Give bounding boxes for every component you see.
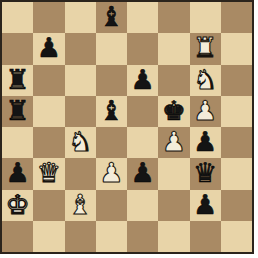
piece-white-rook-g7[interactable]: ♜ (193, 32, 217, 63)
square-a4[interactable] (2, 127, 33, 158)
square-f5[interactable]: ♚ (158, 96, 189, 127)
square-c7[interactable] (65, 33, 96, 64)
square-c4[interactable]: ♞ (65, 127, 96, 158)
square-h6[interactable] (221, 65, 252, 96)
piece-white-pawn-d3[interactable]: ♟ (99, 157, 123, 188)
piece-black-pawn-g4[interactable]: ♟ (193, 126, 217, 157)
square-b2[interactable] (33, 190, 64, 221)
piece-black-rook-a6[interactable]: ♜ (6, 64, 30, 95)
square-d4[interactable] (96, 127, 127, 158)
piece-black-rook-a5[interactable]: ♜ (6, 95, 30, 126)
piece-white-knight-c4[interactable]: ♞ (68, 126, 92, 157)
square-b4[interactable] (33, 127, 64, 158)
square-f7[interactable] (158, 33, 189, 64)
square-g7[interactable]: ♜ (190, 33, 221, 64)
square-f2[interactable] (158, 190, 189, 221)
square-e7[interactable] (127, 33, 158, 64)
piece-black-pawn-b7[interactable]: ♟ (37, 32, 61, 63)
piece-black-bishop-d5[interactable]: ♝ (99, 95, 123, 126)
square-f1[interactable] (158, 221, 189, 252)
square-b7[interactable]: ♟ (33, 33, 64, 64)
piece-black-pawn-e3[interactable]: ♟ (131, 157, 155, 188)
square-g2[interactable]: ♟ (190, 190, 221, 221)
piece-black-bishop-d8[interactable]: ♝ (99, 1, 123, 32)
square-b3[interactable]: ♛ (33, 158, 64, 189)
square-f4[interactable]: ♟ (158, 127, 189, 158)
piece-black-pawn-g2[interactable]: ♟ (193, 189, 217, 220)
square-b8[interactable] (33, 2, 64, 33)
piece-white-pawn-g5[interactable]: ♟ (193, 95, 217, 126)
square-e3[interactable]: ♟ (127, 158, 158, 189)
piece-black-king-f5[interactable]: ♚ (162, 95, 186, 126)
chess-diagram-page: ♝♟♜♜♟♞♜♝♚♟♞♟♟♟♛♟♟♛♚♝♟ (0, 0, 258, 258)
square-h4[interactable] (221, 127, 252, 158)
square-h3[interactable] (221, 158, 252, 189)
piece-white-queen-b3[interactable]: ♛ (37, 157, 61, 188)
square-f6[interactable] (158, 65, 189, 96)
square-f3[interactable] (158, 158, 189, 189)
chess-board-frame: ♝♟♜♜♟♞♜♝♚♟♞♟♟♟♛♟♟♛♚♝♟ (0, 0, 254, 254)
square-h2[interactable] (221, 190, 252, 221)
square-a2[interactable]: ♚ (2, 190, 33, 221)
square-d8[interactable]: ♝ (96, 2, 127, 33)
square-a6[interactable]: ♜ (2, 65, 33, 96)
piece-black-pawn-e6[interactable]: ♟ (131, 64, 155, 95)
square-e4[interactable] (127, 127, 158, 158)
square-c2[interactable]: ♝ (65, 190, 96, 221)
square-h7[interactable] (221, 33, 252, 64)
square-g5[interactable]: ♟ (190, 96, 221, 127)
square-d1[interactable] (96, 221, 127, 252)
square-a1[interactable] (2, 221, 33, 252)
square-e6[interactable]: ♟ (127, 65, 158, 96)
square-e1[interactable] (127, 221, 158, 252)
square-b6[interactable] (33, 65, 64, 96)
square-a3[interactable]: ♟ (2, 158, 33, 189)
square-a8[interactable] (2, 2, 33, 33)
square-f8[interactable] (158, 2, 189, 33)
square-d2[interactable] (96, 190, 127, 221)
square-a7[interactable] (2, 33, 33, 64)
square-c6[interactable] (65, 65, 96, 96)
square-h1[interactable] (221, 221, 252, 252)
square-g3[interactable]: ♛ (190, 158, 221, 189)
chess-board: ♝♟♜♜♟♞♜♝♚♟♞♟♟♟♛♟♟♛♚♝♟ (2, 2, 252, 252)
square-a5[interactable]: ♜ (2, 96, 33, 127)
square-c8[interactable] (65, 2, 96, 33)
square-d5[interactable]: ♝ (96, 96, 127, 127)
square-b1[interactable] (33, 221, 64, 252)
square-d3[interactable]: ♟ (96, 158, 127, 189)
square-e5[interactable] (127, 96, 158, 127)
square-g4[interactable]: ♟ (190, 127, 221, 158)
piece-white-knight-g6[interactable]: ♞ (193, 64, 217, 95)
piece-white-pawn-f4[interactable]: ♟ (162, 126, 186, 157)
piece-white-bishop-c2[interactable]: ♝ (68, 189, 92, 220)
square-d6[interactable] (96, 65, 127, 96)
square-g8[interactable] (190, 2, 221, 33)
square-b5[interactable] (33, 96, 64, 127)
square-d7[interactable] (96, 33, 127, 64)
square-e2[interactable] (127, 190, 158, 221)
square-c5[interactable] (65, 96, 96, 127)
square-c3[interactable] (65, 158, 96, 189)
square-g6[interactable]: ♞ (190, 65, 221, 96)
piece-black-queen-g3[interactable]: ♛ (193, 157, 217, 188)
square-c1[interactable] (65, 221, 96, 252)
square-h8[interactable] (221, 2, 252, 33)
square-h5[interactable] (221, 96, 252, 127)
piece-black-pawn-a3[interactable]: ♟ (6, 157, 30, 188)
piece-white-king-a2[interactable]: ♚ (6, 189, 30, 220)
square-e8[interactable] (127, 2, 158, 33)
square-g1[interactable] (190, 221, 221, 252)
